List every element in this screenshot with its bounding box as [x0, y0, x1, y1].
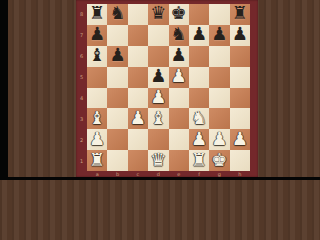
rank-label-2: 2 [76, 129, 87, 150]
square-d5[interactable]: ♟ [148, 67, 168, 88]
piece-white-pawn[interactable]: ♟ [211, 130, 227, 148]
square-d1[interactable]: ♛ [148, 150, 168, 171]
square-b3[interactable] [107, 108, 127, 129]
rank-labels: 87654321 [76, 4, 87, 171]
piece-white-pawn[interactable]: ♟ [171, 67, 187, 85]
square-f1[interactable]: ♜ [189, 150, 209, 171]
left-black-strip [0, 0, 8, 180]
square-c3[interactable]: ♟ [128, 108, 148, 129]
square-a8[interactable]: ♜ [87, 4, 107, 25]
square-d8[interactable]: ♛ [148, 4, 168, 25]
square-f7[interactable]: ♟ [189, 25, 209, 46]
square-g7[interactable]: ♟ [209, 25, 229, 46]
piece-black-pawn[interactable]: ♟ [191, 25, 207, 43]
file-label-d: d [148, 171, 168, 177]
square-a4[interactable] [87, 88, 107, 109]
square-h2[interactable]: ♟ [230, 129, 250, 150]
square-c1[interactable] [128, 150, 148, 171]
square-h3[interactable] [230, 108, 250, 129]
piece-white-king[interactable]: ♚ [211, 151, 227, 169]
square-b8[interactable]: ♞ [107, 4, 127, 25]
square-g8[interactable] [209, 4, 229, 25]
chessboard: ♜♞♛♚♜♟♞♟♟♟♝♟♟♟♟♟♝♟♝♞♟♟♟♟♜♛♜♚ [87, 4, 250, 171]
square-f5[interactable] [189, 67, 209, 88]
piece-white-queen[interactable]: ♛ [150, 151, 166, 169]
file-label-c: c [128, 171, 148, 177]
piece-black-pawn[interactable]: ♟ [171, 46, 187, 64]
square-h8[interactable]: ♜ [230, 4, 250, 25]
board-frame: 87654321 abcdefgh ♜♞♛♚♜♟♞♟♟♟♝♟♟♟♟♟♝♟♝♞♟♟… [76, 0, 258, 177]
square-g6[interactable] [209, 46, 229, 67]
square-a7[interactable]: ♟ [87, 25, 107, 46]
square-h7[interactable]: ♟ [230, 25, 250, 46]
piece-black-king[interactable]: ♚ [171, 4, 187, 22]
rank-label-4: 4 [76, 88, 87, 109]
square-g3[interactable] [209, 108, 229, 129]
square-f6[interactable] [189, 46, 209, 67]
square-f4[interactable] [189, 88, 209, 109]
file-label-a: a [87, 171, 107, 177]
square-e1[interactable] [169, 150, 189, 171]
square-f3[interactable]: ♞ [189, 108, 209, 129]
file-label-g: g [209, 171, 229, 177]
square-a2[interactable]: ♟ [87, 129, 107, 150]
rank-label-6: 6 [76, 46, 87, 67]
piece-white-pawn[interactable]: ♟ [89, 130, 105, 148]
piece-white-knight[interactable]: ♞ [191, 109, 207, 127]
piece-white-bishop[interactable]: ♝ [89, 109, 105, 127]
square-d4[interactable]: ♟ [148, 88, 168, 109]
square-c6[interactable] [128, 46, 148, 67]
rank-label-5: 5 [76, 67, 87, 88]
piece-black-rook[interactable]: ♜ [89, 4, 105, 22]
square-a6[interactable]: ♝ [87, 46, 107, 67]
square-e2[interactable] [169, 129, 189, 150]
square-d2[interactable] [148, 129, 168, 150]
square-c5[interactable] [128, 67, 148, 88]
file-label-f: f [189, 171, 209, 177]
square-d7[interactable] [148, 25, 168, 46]
file-label-b: b [107, 171, 127, 177]
square-b7[interactable] [107, 25, 127, 46]
square-b5[interactable] [107, 67, 127, 88]
square-c4[interactable] [128, 88, 148, 109]
square-e5[interactable]: ♟ [169, 67, 189, 88]
square-c8[interactable] [128, 4, 148, 25]
square-h6[interactable] [230, 46, 250, 67]
square-h4[interactable] [230, 88, 250, 109]
rank-label-3: 3 [76, 108, 87, 129]
square-g5[interactable] [209, 67, 229, 88]
piece-black-pawn[interactable]: ♟ [109, 46, 125, 64]
square-b2[interactable] [107, 129, 127, 150]
rank-label-1: 1 [76, 150, 87, 171]
square-d3[interactable]: ♝ [148, 108, 168, 129]
piece-white-pawn[interactable]: ♟ [191, 130, 207, 148]
square-g4[interactable] [209, 88, 229, 109]
square-c7[interactable] [128, 25, 148, 46]
piece-black-pawn[interactable]: ♟ [150, 67, 166, 85]
square-e7[interactable]: ♞ [169, 25, 189, 46]
square-h5[interactable] [230, 67, 250, 88]
piece-white-pawn[interactable]: ♟ [232, 130, 248, 148]
bottom-black-strip [0, 177, 320, 180]
square-f2[interactable]: ♟ [189, 129, 209, 150]
file-label-h: h [230, 171, 250, 177]
square-b6[interactable]: ♟ [107, 46, 127, 67]
piece-white-pawn[interactable]: ♟ [150, 88, 166, 106]
piece-white-rook[interactable]: ♜ [191, 151, 207, 169]
piece-black-bishop[interactable]: ♝ [89, 46, 105, 64]
file-label-e: e [169, 171, 189, 177]
square-e4[interactable] [169, 88, 189, 109]
piece-black-rook[interactable]: ♜ [232, 4, 248, 22]
square-e6[interactable]: ♟ [169, 46, 189, 67]
piece-black-pawn[interactable]: ♟ [89, 25, 105, 43]
square-e3[interactable] [169, 108, 189, 129]
piece-black-pawn[interactable]: ♟ [232, 25, 248, 43]
square-a1[interactable]: ♜ [87, 150, 107, 171]
square-b4[interactable] [107, 88, 127, 109]
square-e8[interactable]: ♚ [169, 4, 189, 25]
piece-black-knight[interactable]: ♞ [171, 25, 187, 43]
square-g2[interactable]: ♟ [209, 129, 229, 150]
piece-white-bishop[interactable]: ♝ [150, 109, 166, 127]
square-f8[interactable] [189, 4, 209, 25]
square-b1[interactable] [107, 150, 127, 171]
piece-black-knight[interactable]: ♞ [109, 4, 125, 22]
square-g1[interactable]: ♚ [209, 150, 229, 171]
piece-white-rook[interactable]: ♜ [89, 151, 105, 169]
square-d6[interactable] [148, 46, 168, 67]
square-c2[interactable] [128, 129, 148, 150]
square-a5[interactable] [87, 67, 107, 88]
square-a3[interactable]: ♝ [87, 108, 107, 129]
piece-black-queen[interactable]: ♛ [150, 4, 166, 22]
piece-white-pawn[interactable]: ♟ [130, 109, 146, 127]
file-labels: abcdefgh [87, 171, 250, 177]
square-h1[interactable] [230, 150, 250, 171]
piece-black-pawn[interactable]: ♟ [211, 25, 227, 43]
rank-label-8: 8 [76, 4, 87, 25]
rank-label-7: 7 [76, 25, 87, 46]
